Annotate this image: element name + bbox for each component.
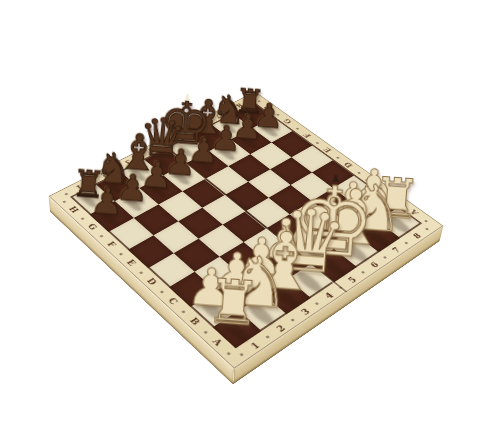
chess-board: HHGGFFEEDDCCBBAA8877665544332211 ♜♞♝♛♚♝♞… (49, 91, 444, 369)
piece-white-rook: ♜ (184, 269, 283, 337)
perspective-scene: HHGGFFEEDDCCBBAA8877665544332211 ♜♞♝♛♚♝♞… (0, 0, 480, 421)
piece-white-bishop: ♝ (236, 218, 333, 303)
piece-white-pawn: ♟ (189, 242, 284, 300)
black-king-finial (184, 92, 190, 101)
photo-background: HHGGFFEEDDCCBBAA8877665544332211 ♜♞♝♛♚♝♞… (0, 0, 480, 421)
board-tilt-wrapper: HHGGFFEEDDCCBBAA8877665544332211 ♜♞♝♛♚♝♞… (0, 0, 480, 421)
piece-white-knight: ♞ (211, 244, 309, 319)
piece-white-pawn: ♟ (162, 257, 258, 316)
piece-white-pawn: ♟ (239, 213, 331, 269)
piece-white-pawn: ♟ (214, 227, 307, 284)
